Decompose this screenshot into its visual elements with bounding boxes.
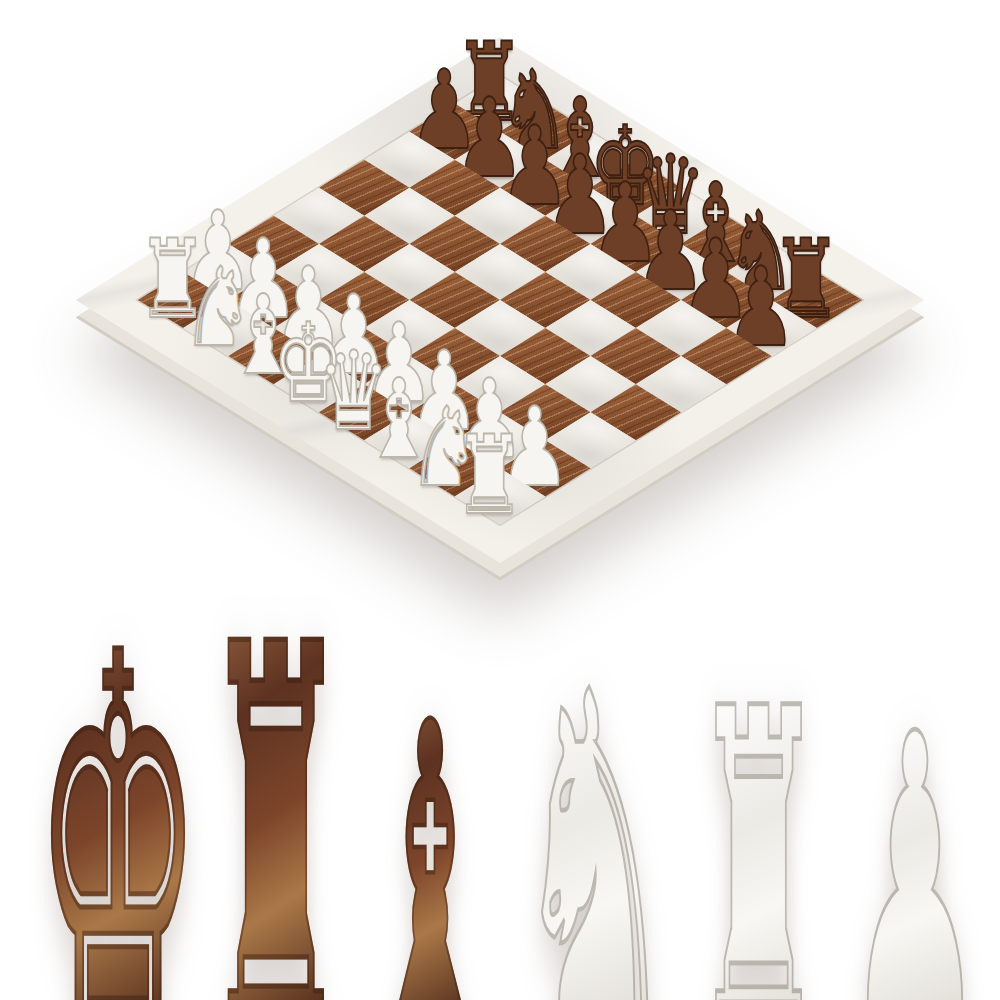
showcase-brown-rook-icon: ♜ xyxy=(201,577,344,1000)
showcase-white-knight-icon: ♞ xyxy=(510,632,681,1000)
showcase-white-pawn-icon: ♟ xyxy=(843,683,987,1000)
showcase-row: ♚ ♜ ♝ ♞ ♜ ♟ xyxy=(0,540,1000,1000)
showcase-brown-bishop-icon: ♝ xyxy=(362,671,498,1000)
chess-board: ♜♞♝♚♛♝♞♜♟♟♟♟♟♟♟♟♟♟♟♟♟♟♟♟♜♞♝♚♛♝♞♜ xyxy=(138,76,862,525)
piece-white-rook-a1[interactable]: ♜ xyxy=(447,419,531,534)
scene: ♜♞♝♚♛♝♞♜♟♟♟♟♟♟♟♟♟♟♟♟♟♟♟♟♜♞♝♚♛♝♞♜ ♚ ♜ ♝ ♞… xyxy=(0,0,1000,1000)
showcase-brown-king-icon: ♚ xyxy=(33,589,204,1000)
showcase-white-rook-icon: ♜ xyxy=(691,653,825,1000)
board-frame: ♜♞♝♚♛♝♞♜♟♟♟♟♟♟♟♟♟♟♟♟♟♟♟♟♜♞♝♚♛♝♞♜ xyxy=(76,37,925,563)
